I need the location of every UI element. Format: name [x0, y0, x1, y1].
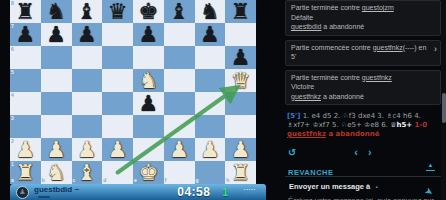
chevron-right-icon[interactable]: ›: [434, 45, 437, 54]
piece-black-pawn[interactable]: ♟: [10, 23, 41, 46]
square-g5[interactable]: [195, 69, 226, 92]
square-a1[interactable]: 1a♜: [10, 161, 41, 184]
square-e6[interactable]: [133, 46, 164, 69]
piece-black-pawn[interactable]: ♟: [195, 23, 226, 46]
square-f7[interactable]: [164, 23, 195, 46]
square-a8[interactable]: 8♜: [10, 0, 41, 23]
message-line: Partie commencée contre guestfnkz(----) …: [291, 43, 435, 62]
square-d5[interactable]: [102, 69, 133, 92]
square-d8[interactable]: ♛: [102, 0, 133, 23]
square-e7[interactable]: ♟: [133, 23, 164, 46]
chat-recipient-selector[interactable]: Envoyer un message à ▪: [285, 181, 441, 193]
square-b1[interactable]: b♞: [41, 161, 72, 184]
piece-white-king[interactable]: ♚: [133, 161, 164, 184]
player-clock: 04:58: [177, 185, 210, 199]
square-f5[interactable]: [164, 69, 195, 92]
square-g8[interactable]: ♞: [195, 0, 226, 23]
square-d7[interactable]: [102, 23, 133, 46]
result-label: Victoire: [291, 82, 435, 92]
piece-black-bishop[interactable]: ♝: [72, 0, 103, 23]
game-events-panel: Partie terminée contre guestojzm Défaite…: [285, 0, 441, 200]
square-c6[interactable]: [72, 46, 103, 69]
square-h3[interactable]: [225, 115, 256, 138]
player-bar: ♟ guestbdid ~ 04:58 1 ••••• ·····: [10, 184, 266, 200]
player-name: guestbdid ~: [34, 186, 79, 194]
square-h1[interactable]: h♜: [225, 161, 256, 184]
message-line: Partie terminée contre guestojzm: [291, 3, 435, 13]
file-label: g: [196, 178, 199, 183]
square-b8[interactable]: ♞: [41, 0, 72, 23]
file-label: d: [103, 178, 106, 183]
chess-board: 8♜♞♝♛♚♝♞♜7♟♟♟♟♟6♟5♞♛4♟32♟♟♟♟♟♟♟1a♜b♞c♝de…: [10, 0, 256, 184]
message-line: guestbdid a abandonné: [291, 22, 435, 32]
square-e5[interactable]: ♞: [133, 69, 164, 92]
square-h4[interactable]: [225, 92, 256, 115]
prev-move-icon[interactable]: ‹: [354, 146, 358, 158]
message-line: guestfnkz a abandonné: [291, 92, 435, 102]
piece-white-pawn[interactable]: ♟: [10, 138, 41, 161]
piece-black-knight[interactable]: ♞: [195, 0, 226, 23]
square-h7[interactable]: [225, 23, 256, 46]
piece-black-rook[interactable]: ♜: [10, 0, 41, 23]
piece-black-rook[interactable]: ♜: [225, 0, 256, 23]
square-f1[interactable]: f: [164, 161, 195, 184]
square-c7[interactable]: ♟: [72, 23, 103, 46]
piece-black-bishop[interactable]: ♝: [164, 0, 195, 23]
square-g2[interactable]: ♟: [195, 138, 226, 161]
square-g6[interactable]: [195, 46, 226, 69]
piece-white-pawn[interactable]: ♟: [195, 138, 226, 161]
scrollbar-thumb[interactable]: [442, 93, 446, 123]
square-e4[interactable]: ♟: [133, 92, 164, 115]
next-move-icon[interactable]: ›: [368, 146, 372, 158]
chat-placeholder: Écrivez votre message ici, puis appuyez …: [288, 196, 434, 200]
piece-white-bishop[interactable]: ♝: [72, 161, 103, 184]
square-b2[interactable]: ♟: [41, 138, 72, 161]
send-to-label: Envoyer un message à: [289, 182, 370, 191]
square-c8[interactable]: ♝: [72, 0, 103, 23]
move-list[interactable]: [5'] 1. e4 d5 2. ♘f3 dxe4 3. ♗c4 h6 4. ♗…: [285, 109, 441, 139]
square-a4[interactable]: 4: [10, 92, 41, 115]
connection-dots-small: ·····: [245, 192, 255, 196]
rematch-row: REVANCHE ▲: [285, 161, 441, 173]
square-c1[interactable]: c♝: [72, 161, 103, 184]
replay-controls: ↺ ‹›: [285, 147, 441, 160]
square-a3[interactable]: 3: [10, 115, 41, 138]
piece-white-pawn[interactable]: ♟: [41, 138, 72, 161]
square-f2[interactable]: ♟: [164, 138, 195, 161]
square-d6[interactable]: [102, 46, 133, 69]
square-h6[interactable]: ♟: [225, 46, 256, 69]
chat-input[interactable]: Écrivez votre message ici, puis appuyez …: [285, 193, 441, 200]
piece-black-pawn[interactable]: ♟: [72, 23, 103, 46]
square-c5[interactable]: [72, 69, 103, 92]
piece-white-pawn[interactable]: ♟: [164, 138, 195, 161]
square-h2[interactable]: ♟: [225, 138, 256, 161]
square-f8[interactable]: ♝: [164, 0, 195, 23]
square-g3[interactable]: [195, 115, 226, 138]
piece-black-pawn[interactable]: ♟: [225, 46, 256, 69]
square-a7[interactable]: 7♟: [10, 23, 41, 46]
piece-black-pawn[interactable]: ♟: [133, 23, 164, 46]
square-d3[interactable]: [102, 115, 133, 138]
square-h5[interactable]: ♛: [225, 69, 256, 92]
piece-white-pawn[interactable]: ♟: [102, 138, 133, 161]
square-g1[interactable]: g: [195, 161, 226, 184]
result-label: Défaite: [291, 13, 435, 23]
square-g4[interactable]: [195, 92, 226, 115]
export-game-icon[interactable]: ▲: [426, 162, 435, 171]
square-b5[interactable]: [41, 69, 72, 92]
last-move: ♕h5+: [390, 121, 412, 129]
piece-white-rook[interactable]: ♜: [225, 161, 256, 184]
message-line: Partie terminée contre guestfnkz: [291, 73, 435, 83]
rematch-button[interactable]: REVANCHE: [288, 168, 334, 177]
connection-indicator: ••••• ·····: [244, 188, 256, 196]
square-e3[interactable]: [133, 115, 164, 138]
piece-black-pawn[interactable]: ♟: [133, 92, 164, 115]
square-f4[interactable]: [164, 92, 195, 115]
chess-app-window: 8♜♞♝♛♚♝♞♜7♟♟♟♟♟6♟5♞♛4♟32♟♟♟♟♟♟♟1a♜b♞c♝de…: [0, 0, 446, 200]
square-g7[interactable]: ♟: [195, 23, 226, 46]
square-h8[interactable]: ♜: [225, 0, 256, 23]
game-over-message-1[interactable]: Partie terminée contre guestojzm Défaite…: [285, 0, 441, 36]
square-a6[interactable]: 6: [10, 46, 41, 69]
square-b7[interactable]: ♟: [41, 23, 72, 46]
piece-black-king[interactable]: ♚: [133, 0, 164, 23]
piece-black-pawn[interactable]: ♟: [41, 23, 72, 46]
piece-black-queen[interactable]: ♛: [102, 0, 133, 23]
square-c3[interactable]: [72, 115, 103, 138]
rank-label: 5: [11, 70, 14, 75]
piece-white-pawn[interactable]: ♟: [225, 138, 256, 161]
piece-white-knight[interactable]: ♞: [133, 69, 164, 92]
square-e8[interactable]: ♚: [133, 0, 164, 23]
square-d1[interactable]: d: [102, 161, 133, 184]
player-sub-dash: [38, 196, 50, 198]
piece-black-knight[interactable]: ♞: [41, 0, 72, 23]
square-e2[interactable]: [133, 138, 164, 161]
scrollbar-track[interactable]: [441, 0, 446, 200]
square-c4[interactable]: [72, 92, 103, 115]
square-f6[interactable]: [164, 46, 195, 69]
file-label: f: [165, 178, 167, 183]
square-b3[interactable]: [41, 115, 72, 138]
game-over-message-2[interactable]: Partie terminée contre guestfnkz Victoir…: [285, 70, 441, 106]
rank-label: 4: [11, 93, 14, 98]
piece-white-pawn[interactable]: ♟: [72, 138, 103, 161]
square-f3[interactable]: [164, 115, 195, 138]
piece-white-queen[interactable]: ♛: [225, 69, 256, 92]
rank-label: 3: [11, 116, 14, 121]
avatar[interactable]: ♟: [16, 186, 29, 199]
time-control-tag: [5']: [287, 112, 300, 120]
dropdown-icon: ▪: [375, 184, 377, 190]
square-d4[interactable]: [102, 92, 133, 115]
square-e1[interactable]: e♚: [133, 161, 164, 184]
game-started-message[interactable]: Partie commencée contre guestfnkz(----) …: [285, 40, 441, 66]
move-counter: 1: [222, 187, 228, 198]
square-d2[interactable]: ♟: [102, 138, 133, 161]
pawn-icon: ♟: [19, 189, 25, 196]
piece-white-knight[interactable]: ♞: [41, 161, 72, 184]
square-b6[interactable]: [41, 46, 72, 69]
square-a5[interactable]: 5: [10, 69, 41, 92]
piece-white-rook[interactable]: ♜: [10, 161, 41, 184]
chess-board-grid: 8♜♞♝♛♚♝♞♜7♟♟♟♟♟6♟5♞♛4♟32♟♟♟♟♟♟♟1a♜b♞c♝de…: [10, 0, 256, 184]
square-c2[interactable]: ♟: [72, 138, 103, 161]
square-a2[interactable]: 2♟: [10, 138, 41, 161]
rank-label: 6: [11, 47, 14, 52]
square-b4[interactable]: [41, 92, 72, 115]
